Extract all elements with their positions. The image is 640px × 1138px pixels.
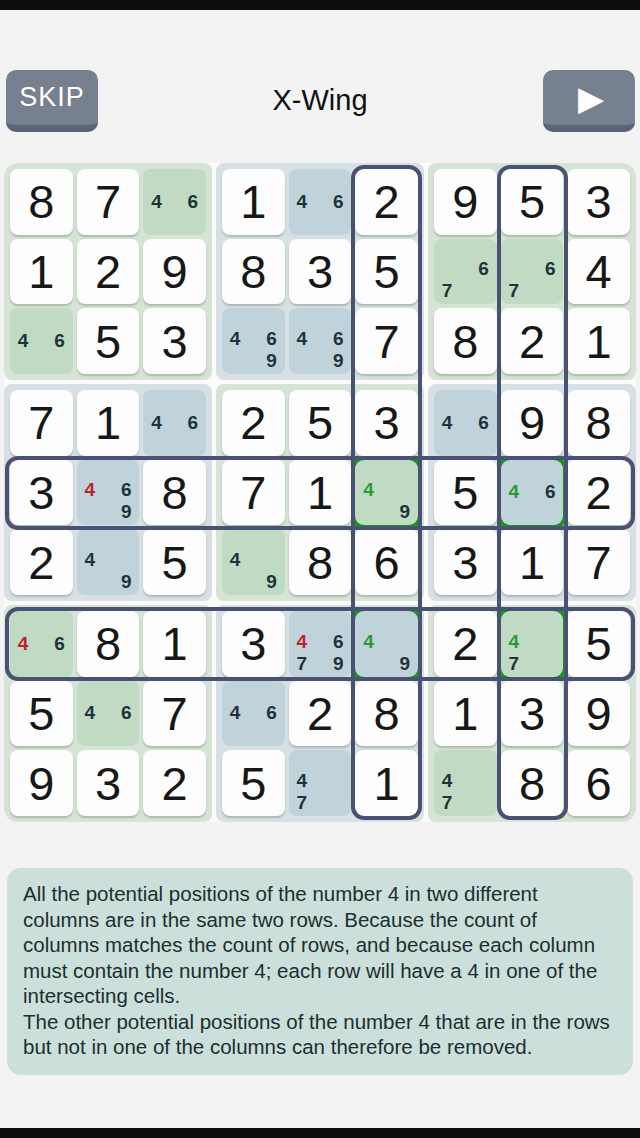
digit: 1 [222, 169, 285, 235]
digit: 1 [77, 390, 140, 456]
cell-r4c3[interactable]: 46 [143, 390, 206, 456]
cell-r5c5[interactable]: 1 [289, 460, 352, 526]
pencil-4: 4 [81, 702, 99, 724]
pencil-marks: 46 [438, 392, 493, 454]
explanation-paragraph-1: All the potential positions of the numbe… [23, 881, 617, 1009]
digit: 2 [10, 529, 73, 595]
cell-r1c3[interactable]: 46 [143, 169, 206, 235]
cell-r3c4[interactable]: 469 [222, 308, 285, 374]
pencil-6: 6 [474, 412, 492, 434]
box-7: 46815467932 [4, 605, 212, 822]
pencil-marks: 469 [81, 462, 136, 524]
digit: 9 [434, 169, 497, 235]
digit: 3 [501, 681, 564, 747]
cell-r5c4[interactable]: 7 [222, 460, 285, 526]
digit: 2 [77, 239, 140, 305]
cell-r9c9[interactable]: 6 [567, 750, 630, 816]
cell-r3c5[interactable]: 469 [289, 308, 352, 374]
pencil-9: 9 [262, 571, 280, 593]
pencil-6: 6 [184, 412, 202, 434]
digit: 8 [77, 611, 140, 677]
pencil-6: 6 [541, 258, 559, 280]
cell-r2c4[interactable]: 8 [222, 239, 285, 305]
cell-r8c6[interactable]: 8 [355, 681, 418, 747]
pencil-marks: 67 [438, 241, 493, 303]
cell-r3c7[interactable]: 8 [434, 308, 497, 374]
digit: 2 [501, 308, 564, 374]
pencil-6: 6 [329, 328, 347, 350]
cell-r7c9[interactable]: 5 [567, 611, 630, 677]
pencil-9: 9 [117, 571, 135, 593]
pencil-4: 4 [81, 479, 99, 501]
pencil-4: 4 [14, 330, 32, 352]
box-6: 46985462317 [428, 384, 636, 601]
digit: 5 [10, 681, 73, 747]
box-5: 25371494986 [216, 384, 424, 601]
cell-r6c3[interactable]: 5 [143, 529, 206, 595]
cell-r7c6[interactable]: 49 [355, 611, 418, 677]
pencil-4: 4 [359, 479, 377, 501]
digit: 2 [143, 750, 206, 816]
pencil-4: 4 [505, 481, 523, 503]
cell-r4c8[interactable]: 9 [501, 390, 564, 456]
digit: 7 [355, 308, 418, 374]
digit: 5 [434, 460, 497, 526]
cell-r8c4[interactable]: 46 [222, 681, 285, 747]
box-8: 346794946285471 [216, 605, 424, 822]
digit: 2 [434, 611, 497, 677]
cell-r5c1[interactable]: 3 [10, 460, 73, 526]
digit: 5 [143, 529, 206, 595]
pencil-4: 4 [359, 631, 377, 653]
pencil-marks: 46 [14, 310, 69, 372]
system-bar-top [0, 0, 640, 10]
cell-r1c1[interactable]: 8 [10, 169, 73, 235]
digit: 1 [501, 529, 564, 595]
digit: 9 [501, 390, 564, 456]
cell-r9c1[interactable]: 9 [10, 750, 73, 816]
explanation-paragraph-2: The other potential positions of the num… [23, 1009, 617, 1060]
digit: 8 [222, 239, 285, 305]
skip-button-label: SKIP [19, 82, 85, 113]
pencil-marks: 49 [81, 531, 136, 593]
pencil-7: 7 [505, 653, 523, 675]
cell-r1c9[interactable]: 3 [567, 169, 630, 235]
pencil-marks: 49 [359, 462, 414, 524]
digit: 6 [355, 529, 418, 595]
cell-r7c2[interactable]: 8 [77, 611, 140, 677]
box-2: 14628354694697 [216, 163, 424, 380]
cell-r5c8[interactable]: 46 [501, 460, 564, 526]
digit: 8 [501, 750, 564, 816]
explanation-panel: All the potential positions of the numbe… [7, 868, 633, 1075]
pencil-7: 7 [293, 653, 311, 675]
pencil-6: 6 [50, 330, 68, 352]
pencil-4: 4 [226, 328, 244, 350]
digit: 7 [143, 681, 206, 747]
cell-r2c9[interactable]: 4 [567, 239, 630, 305]
cell-r4c2[interactable]: 1 [77, 390, 140, 456]
pencil-4: 4 [81, 549, 99, 571]
pencil-4: 4 [14, 633, 32, 655]
pencil-7: 7 [438, 280, 456, 302]
cell-r2c1[interactable]: 1 [10, 239, 73, 305]
cell-r1c5[interactable]: 46 [289, 169, 352, 235]
digit: 5 [77, 308, 140, 374]
digit: 5 [501, 169, 564, 235]
digit: 3 [143, 308, 206, 374]
pencil-marks: 46 [293, 171, 348, 233]
digit: 3 [222, 611, 285, 677]
pencil-marks: 46 [147, 392, 202, 454]
box-3: 95367674821 [428, 163, 636, 380]
cell-r4c1[interactable]: 7 [10, 390, 73, 456]
cell-r6c6[interactable]: 6 [355, 529, 418, 595]
cell-r7c1[interactable]: 46 [10, 611, 73, 677]
digit: 2 [567, 460, 630, 526]
cell-r9c3[interactable]: 2 [143, 750, 206, 816]
digit: 9 [10, 750, 73, 816]
pencil-6: 6 [329, 631, 347, 653]
cell-r3c3[interactable]: 3 [143, 308, 206, 374]
pencil-marks: 469 [293, 310, 348, 372]
cell-r2c5[interactable]: 3 [289, 239, 352, 305]
cell-r5c2[interactable]: 469 [77, 460, 140, 526]
pencil-6: 6 [50, 633, 68, 655]
system-bar-bottom [0, 1128, 640, 1138]
pencil-9: 9 [396, 653, 414, 675]
cell-r7c4[interactable]: 3 [222, 611, 285, 677]
digit: 3 [289, 239, 352, 305]
pencil-4: 4 [293, 770, 311, 792]
pencil-4: 4 [438, 770, 456, 792]
digit: 1 [10, 239, 73, 305]
pencil-marks: 47 [293, 752, 348, 814]
cell-r7c7[interactable]: 2 [434, 611, 497, 677]
digit: 6 [567, 750, 630, 816]
digit: 1 [355, 750, 418, 816]
digit: 4 [567, 239, 630, 305]
cell-r6c7[interactable]: 3 [434, 529, 497, 595]
pencil-4: 4 [147, 412, 165, 434]
cell-r6c4[interactable]: 49 [222, 529, 285, 595]
pencil-marks: 46 [14, 613, 69, 675]
pencil-9: 9 [329, 653, 347, 675]
pencil-9: 9 [396, 501, 414, 523]
digit: 3 [434, 529, 497, 595]
cell-r9c5[interactable]: 47 [289, 750, 352, 816]
cell-r2c2[interactable]: 2 [77, 239, 140, 305]
cell-r7c8[interactable]: 47 [501, 611, 564, 677]
digit: 3 [567, 169, 630, 235]
pencil-marks: 67 [505, 241, 560, 303]
cell-r6c1[interactable]: 2 [10, 529, 73, 595]
cell-r6c9[interactable]: 7 [567, 529, 630, 595]
pencil-4: 4 [293, 191, 311, 213]
cell-r7c5[interactable]: 4679 [289, 611, 352, 677]
pencil-6: 6 [184, 191, 202, 213]
cell-r3c1[interactable]: 46 [10, 308, 73, 374]
digit: 5 [289, 390, 352, 456]
cell-r9c6[interactable]: 1 [355, 750, 418, 816]
pencil-6: 6 [262, 328, 280, 350]
digit: 2 [222, 390, 285, 456]
pencil-4: 4 [293, 631, 311, 653]
cell-r3c2[interactable]: 5 [77, 308, 140, 374]
cell-r5c3[interactable]: 8 [143, 460, 206, 526]
pencil-6: 6 [329, 191, 347, 213]
pencil-6: 6 [117, 479, 135, 501]
cell-r4c9[interactable]: 8 [567, 390, 630, 456]
page-title: X-Wing [120, 84, 520, 117]
cell-r2c6[interactable]: 5 [355, 239, 418, 305]
digit: 3 [77, 750, 140, 816]
digit: 9 [143, 239, 206, 305]
pencil-7: 7 [505, 280, 523, 302]
cell-r4c5[interactable]: 5 [289, 390, 352, 456]
cell-r1c8[interactable]: 5 [501, 169, 564, 235]
digit: 8 [143, 460, 206, 526]
sudoku-board: 8746129465314628354694697953676748217146… [4, 163, 636, 822]
pencil-6: 6 [541, 481, 559, 503]
pencil-marks: 49 [359, 613, 414, 675]
pencil-4: 4 [147, 191, 165, 213]
digit: 7 [77, 169, 140, 235]
pencil-4: 4 [438, 412, 456, 434]
digit: 5 [222, 750, 285, 816]
cell-r1c6[interactable]: 2 [355, 169, 418, 235]
pencil-marks: 46 [505, 462, 560, 524]
cell-r9c4[interactable]: 5 [222, 750, 285, 816]
digit: 7 [567, 529, 630, 595]
pencil-4: 4 [293, 328, 311, 350]
digit: 1 [434, 681, 497, 747]
cell-r3c8[interactable]: 2 [501, 308, 564, 374]
pencil-marks: 4679 [293, 613, 348, 675]
digit: 8 [434, 308, 497, 374]
cell-r7c3[interactable]: 1 [143, 611, 206, 677]
cell-r3c9[interactable]: 1 [567, 308, 630, 374]
digit: 9 [567, 681, 630, 747]
pencil-4: 4 [505, 631, 523, 653]
pencil-marks: 46 [81, 683, 136, 745]
play-button[interactable]: ▶ [543, 70, 635, 132]
cell-r5c6[interactable]: 49 [355, 460, 418, 526]
cell-r2c8[interactable]: 67 [501, 239, 564, 305]
pencil-marks: 469 [226, 310, 281, 372]
cell-r1c2[interactable]: 7 [77, 169, 140, 235]
cell-r5c7[interactable]: 5 [434, 460, 497, 526]
digit: 1 [567, 308, 630, 374]
pencil-marks: 46 [226, 683, 281, 745]
pencil-marks: 46 [147, 171, 202, 233]
pencil-9: 9 [329, 350, 347, 372]
cell-r5c9[interactable]: 2 [567, 460, 630, 526]
cell-r6c8[interactable]: 1 [501, 529, 564, 595]
cell-r8c7[interactable]: 1 [434, 681, 497, 747]
cell-r9c7[interactable]: 47 [434, 750, 497, 816]
pencil-6: 6 [474, 258, 492, 280]
box-4: 7146346982495 [4, 384, 212, 601]
pencil-6: 6 [117, 702, 135, 724]
cell-r1c4[interactable]: 1 [222, 169, 285, 235]
cell-r8c8[interactable]: 3 [501, 681, 564, 747]
cell-r9c8[interactable]: 8 [501, 750, 564, 816]
pencil-marks: 47 [505, 613, 560, 675]
box-1: 87461294653 [4, 163, 212, 380]
pencil-7: 7 [293, 792, 311, 814]
digit: 5 [355, 239, 418, 305]
box-9: 24751394786 [428, 605, 636, 822]
skip-button[interactable]: SKIP [6, 70, 98, 132]
cell-r8c1[interactable]: 5 [10, 681, 73, 747]
cell-r9c2[interactable]: 3 [77, 750, 140, 816]
digit: 1 [143, 611, 206, 677]
digit: 5 [567, 611, 630, 677]
pencil-4: 4 [226, 702, 244, 724]
cell-r8c2[interactable]: 46 [77, 681, 140, 747]
digit: 7 [222, 460, 285, 526]
cell-r3c6[interactable]: 7 [355, 308, 418, 374]
pencil-6: 6 [262, 702, 280, 724]
cell-r6c5[interactable]: 8 [289, 529, 352, 595]
digit: 3 [10, 460, 73, 526]
pencil-4: 4 [226, 549, 244, 571]
cell-r6c2[interactable]: 49 [77, 529, 140, 595]
cell-r4c6[interactable]: 3 [355, 390, 418, 456]
pencil-9: 9 [117, 501, 135, 523]
digit: 3 [355, 390, 418, 456]
pencil-9: 9 [262, 350, 280, 372]
cell-r4c4[interactable]: 2 [222, 390, 285, 456]
digit: 8 [10, 169, 73, 235]
digit: 8 [289, 529, 352, 595]
pencil-marks: 47 [438, 752, 493, 814]
cell-r8c9[interactable]: 9 [567, 681, 630, 747]
digit: 2 [289, 681, 352, 747]
cell-r4c7[interactable]: 46 [434, 390, 497, 456]
cell-r8c5[interactable]: 2 [289, 681, 352, 747]
digit: 8 [355, 681, 418, 747]
digit: 8 [567, 390, 630, 456]
play-icon: ▶ [578, 81, 604, 115]
pencil-marks: 49 [226, 531, 281, 593]
cell-r2c3[interactable]: 9 [143, 239, 206, 305]
digit: 2 [355, 169, 418, 235]
pencil-7: 7 [438, 792, 456, 814]
cell-r2c7[interactable]: 67 [434, 239, 497, 305]
digit: 7 [10, 390, 73, 456]
cell-r8c3[interactable]: 7 [143, 681, 206, 747]
cell-r1c7[interactable]: 9 [434, 169, 497, 235]
digit: 1 [289, 460, 352, 526]
